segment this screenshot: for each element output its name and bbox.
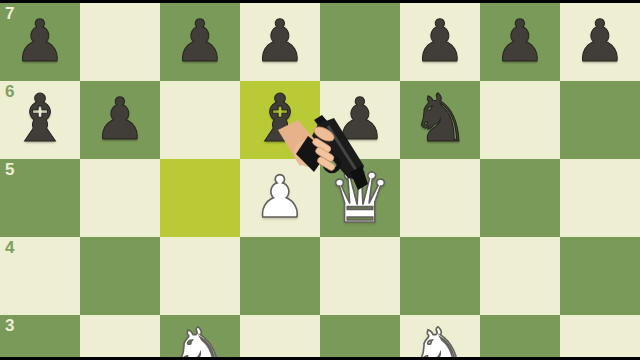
square-h4[interactable] [560,237,640,315]
piece-black-pawn: ♟ [14,12,66,70]
square-b7[interactable] [80,3,160,81]
rank-label: 4 [5,239,14,256]
square-c3[interactable]: ♞ [160,315,240,357]
piece-black-pawn: ♟ [254,12,306,70]
piece-black-pawn: ♟ [494,12,546,70]
square-e6[interactable]: ♟ [320,81,400,159]
square-d3[interactable] [240,315,320,357]
square-d7[interactable]: ♟ [240,3,320,81]
square-e7[interactable] [320,3,400,81]
square-d6[interactable]: ♝ [240,81,320,159]
piece-black-knight: ♞ [410,86,469,152]
square-h7[interactable]: ♟ [560,3,640,81]
square-f3[interactable]: ♞ [400,315,480,357]
square-a5[interactable]: 5 [0,159,80,237]
chess-board: 7♟♟♟♟♟♟6♝♟♝♟♞5♟♛43♞♞ [0,3,640,357]
square-a6[interactable]: 6♝ [0,81,80,159]
square-g7[interactable]: ♟ [480,3,560,81]
rank-label: 5 [5,161,14,178]
square-f6[interactable]: ♞ [400,81,480,159]
square-b5[interactable] [80,159,160,237]
square-g6[interactable] [480,81,560,159]
piece-white-knight: ♞ [410,320,469,357]
piece-black-pawn: ♟ [334,90,386,148]
square-f4[interactable] [400,237,480,315]
square-g4[interactable] [480,237,560,315]
piece-black-pawn: ♟ [414,12,466,70]
square-f5[interactable] [400,159,480,237]
square-b4[interactable] [80,237,160,315]
square-g5[interactable] [480,159,560,237]
piece-black-pawn: ♟ [174,12,226,70]
piece-black-bishop: ♝ [10,86,69,152]
square-e4[interactable] [320,237,400,315]
piece-black-bishop: ♝ [250,86,309,152]
square-g3[interactable] [480,315,560,357]
square-d4[interactable] [240,237,320,315]
piece-black-pawn: ♟ [94,90,146,148]
square-d5[interactable]: ♟ [240,159,320,237]
video-frame: 7♟♟♟♟♟♟6♝♟♝♟♞5♟♛43♞♞ [0,0,640,360]
piece-black-pawn: ♟ [574,12,626,70]
square-c7[interactable]: ♟ [160,3,240,81]
square-h6[interactable] [560,81,640,159]
piece-white-queen: ♛ [328,161,393,233]
square-b3[interactable] [80,315,160,357]
piece-white-knight: ♞ [170,320,229,357]
square-c5[interactable] [160,159,240,237]
square-a4[interactable]: 4 [0,237,80,315]
square-e3[interactable] [320,315,400,357]
square-c6[interactable] [160,81,240,159]
square-a7[interactable]: 7♟ [0,3,80,81]
rank-label: 3 [5,317,14,334]
square-b6[interactable]: ♟ [80,81,160,159]
square-h5[interactable] [560,159,640,237]
square-c4[interactable] [160,237,240,315]
square-f7[interactable]: ♟ [400,3,480,81]
piece-white-pawn: ♟ [254,168,306,226]
square-e5[interactable]: ♛ [320,159,400,237]
square-h3[interactable] [560,315,640,357]
square-a3[interactable]: 3 [0,315,80,357]
